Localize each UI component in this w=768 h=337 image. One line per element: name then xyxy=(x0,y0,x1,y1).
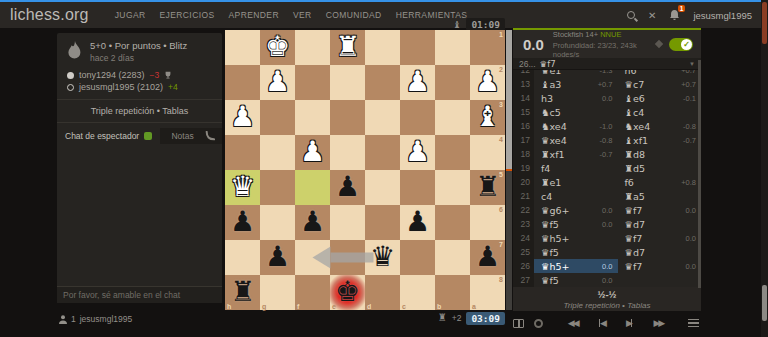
chess-board[interactable]: ♚♜1♟♟2♟♟3♝♟♟4♛♟5♜♟♟♟6♟♛7♟h♜gfe♚dcb8a xyxy=(225,30,505,310)
engine-eval: 0.0 xyxy=(523,36,544,53)
white-move-cell[interactable]: ♞c5 xyxy=(534,105,618,119)
board-square[interactable] xyxy=(260,205,295,240)
white-move-cell[interactable]: c4 xyxy=(534,189,618,203)
scrollbar-thumb-top[interactable] xyxy=(762,2,767,44)
chat-input[interactable]: Por favor, sé amable en el chat xyxy=(57,286,222,303)
black-move-cell[interactable]: ♞xe4-0.8 xyxy=(618,119,702,133)
black-rook[interactable]: ♜ xyxy=(225,275,260,310)
board-square[interactable]: c xyxy=(400,275,435,310)
move-list: 12♛e1-1.3h6+0.713♝a3+0.7♛c7+0.714h30.0♝e… xyxy=(513,70,701,287)
move-eval: -1.0 xyxy=(600,122,613,131)
move-san: ♛c7 xyxy=(625,79,645,90)
result-reason: Triple repetición • Tablas xyxy=(564,301,651,310)
move-eval: 0.0 xyxy=(602,262,612,271)
white-captured-material-icon: ♝ xyxy=(452,20,461,30)
board-square[interactable]: ♛ xyxy=(365,240,400,275)
menu-hamburger-icon[interactable] xyxy=(688,319,699,328)
move-row: 15♞c5♝c4 xyxy=(513,105,701,119)
board-square[interactable] xyxy=(260,100,295,135)
move-eval: -0.8 xyxy=(600,136,613,145)
divider xyxy=(57,99,222,100)
black-move-cell[interactable] xyxy=(618,273,702,287)
white-color-icon xyxy=(67,72,74,79)
black-player-row[interactable]: jesusmgl1995 (2102) +4 xyxy=(67,81,212,93)
board-square[interactable] xyxy=(225,240,260,275)
board-square[interactable] xyxy=(225,30,260,65)
board-square[interactable]: 7♟ xyxy=(470,240,505,275)
board-square[interactable]: 6 xyxy=(470,205,505,240)
board-square[interactable] xyxy=(330,135,365,170)
engine-nnue-label: NNUE xyxy=(600,30,621,39)
black-pawn[interactable]: ♟ xyxy=(470,240,505,275)
engine-pv-line[interactable]: 26... ♛f7 ▼ xyxy=(513,58,701,70)
file-label: f xyxy=(297,303,299,310)
pv-move: ♛f7 xyxy=(540,59,556,69)
engine-depth: Profundidad: 23/23, 243k nodes/s xyxy=(553,41,656,59)
board-square[interactable]: e♚ xyxy=(330,275,365,310)
board-square[interactable]: ♟ xyxy=(400,65,435,100)
move-eval: 0.0 xyxy=(686,234,696,243)
board-square[interactable]: ♟ xyxy=(225,205,260,240)
move-row: 13♝a3+0.7♛c7+0.7 xyxy=(513,77,701,91)
analysis-controls: ◀◀ ◀ ▶ ▶▶ xyxy=(513,313,701,333)
board-square[interactable]: ♟ xyxy=(295,205,330,240)
game-date[interactable]: hace 2 días xyxy=(90,53,187,63)
board-square[interactable] xyxy=(295,65,330,100)
move-san: ♞c5 xyxy=(541,107,561,118)
board-square[interactable] xyxy=(365,65,400,100)
file-label: d xyxy=(367,303,371,310)
engine-toggle[interactable]: ✓ xyxy=(669,38,693,51)
menu-item-jugar[interactable]: JUGAR xyxy=(115,10,146,20)
file-label: a xyxy=(472,303,476,310)
move-san: ♛e1 xyxy=(541,70,561,76)
move-san: ♜a5 xyxy=(625,191,645,202)
person-icon xyxy=(59,315,67,324)
board-square[interactable]: ♛ xyxy=(225,170,260,205)
move-row: 12♛e1-1.3h6+0.7 xyxy=(513,70,701,77)
rank-label: 1 xyxy=(499,31,503,38)
white-move-cell[interactable]: ♛e1-1.3 xyxy=(534,70,618,77)
move-number: 19 xyxy=(513,161,534,175)
white-move-cell[interactable]: ♝a3+0.7 xyxy=(534,77,618,91)
move-row: 26♛h5+0.0♛f70.0 xyxy=(513,259,701,273)
white-move-cell[interactable]: ♛g6+0.0 xyxy=(534,203,618,217)
scrollbar-thumb[interactable] xyxy=(762,285,767,321)
move-eval: 0.0 xyxy=(602,220,612,229)
board-square[interactable]: ♜ xyxy=(330,30,365,65)
white-bishop[interactable]: ♝ xyxy=(470,100,505,135)
move-san: ♛h5+ xyxy=(541,233,570,244)
black-pawn[interactable]: ♟ xyxy=(225,205,260,240)
move-san: ♝xf1 xyxy=(625,135,649,146)
white-move-cell[interactable]: ♛h5+0.0 xyxy=(534,259,618,273)
white-move-cell[interactable]: ♛xe4-0.8 xyxy=(534,133,618,147)
result-note: Triple repetición • Tablas xyxy=(57,106,222,116)
eval-gauge-tick xyxy=(506,169,512,171)
move-san: ♞xe4 xyxy=(625,121,651,132)
move-san: ♝e6 xyxy=(625,93,645,104)
board-square[interactable] xyxy=(400,30,435,65)
move-number: 27 xyxy=(513,273,534,287)
move-row: 22♛g6+0.0♛f70.0 xyxy=(513,203,701,217)
board-square[interactable] xyxy=(225,135,260,170)
board-square[interactable] xyxy=(295,100,330,135)
prev-move-button[interactable]: ◀ xyxy=(599,318,605,328)
black-clock: 03:09 xyxy=(466,312,505,325)
move-san: ♛h5+ xyxy=(541,261,570,272)
black-queen[interactable]: ♛ xyxy=(365,240,400,275)
move-san: ♛g6+ xyxy=(541,205,570,216)
black-captured-material-icon: ♜ xyxy=(438,313,447,323)
black-move-cell[interactable]: ♝c4 xyxy=(618,105,702,119)
white-move-cell[interactable]: ♛f50.0 xyxy=(534,273,618,287)
board-square[interactable]: 3♝ xyxy=(470,100,505,135)
move-san: ♛xe4 xyxy=(541,135,567,146)
black-rating-change: +4 xyxy=(168,82,178,92)
move-san: h6 xyxy=(625,70,637,76)
board-square[interactable] xyxy=(330,65,365,100)
black-pawn[interactable]: ♟ xyxy=(330,170,365,205)
move-row: 25♛f5♛d7 xyxy=(513,245,701,259)
crossed-swords-icon[interactable]: ✕ xyxy=(648,10,656,21)
search-icon[interactable] xyxy=(627,11,635,19)
board-square[interactable]: 4 xyxy=(470,135,505,170)
move-eval: 0.0 xyxy=(602,276,612,285)
opening-book-icon[interactable] xyxy=(513,319,524,328)
move-eval: 0.0 xyxy=(686,262,696,271)
move-row: 14h30.0♝e6-0.1 xyxy=(513,91,701,105)
move-number: 26 xyxy=(513,259,534,273)
move-san: c4 xyxy=(541,191,552,202)
spectators-row: 1 jesusmgl1995 xyxy=(59,314,132,324)
file-label: c xyxy=(402,303,406,310)
move-row: 24♛h5+♛f70.0 xyxy=(513,231,701,245)
move-san: ♜d8 xyxy=(625,149,646,160)
move-eval: 0.0 xyxy=(686,206,696,215)
menu-item-ejercicios[interactable]: EJERCICIOS xyxy=(160,10,215,20)
move-row: 17♛xe4-0.8♝xf1-0.7 xyxy=(513,133,701,147)
black-move-cell[interactable]: ♛f70.0 xyxy=(618,259,702,273)
move-number: 22 xyxy=(513,203,534,217)
tab-spectator-chat[interactable]: Chat de espectador xyxy=(57,128,160,144)
divider xyxy=(57,122,222,123)
move-san: ♜e1 xyxy=(541,177,561,188)
board-square[interactable] xyxy=(330,100,365,135)
move-san: ♛f7 xyxy=(625,261,643,272)
move-eval: +0.8 xyxy=(681,178,696,187)
move-number: 18 xyxy=(513,147,534,161)
move-san: ♜d5 xyxy=(625,163,646,174)
white-move-cell[interactable]: ♛f50.0 xyxy=(534,217,618,231)
board-square[interactable]: g xyxy=(260,275,295,310)
white-pawn[interactable]: ♟ xyxy=(400,135,435,170)
move-row: 23♛f50.0♛d7 xyxy=(513,217,701,231)
move-san: ♛d7 xyxy=(625,247,646,258)
board-square[interactable] xyxy=(435,30,470,65)
chat-toggle[interactable] xyxy=(144,132,152,140)
time-control: 5+0 • Por puntos • Blitz xyxy=(90,40,187,51)
move-san: f4 xyxy=(541,163,550,174)
file-label: g xyxy=(262,303,266,310)
board-square[interactable] xyxy=(260,135,295,170)
lichess-logo[interactable]: lichess.org xyxy=(10,6,89,24)
move-san: ♛d7 xyxy=(625,219,646,230)
white-rating-change: −3 xyxy=(150,70,160,80)
white-move-cell[interactable]: f4 xyxy=(534,161,618,175)
material-advantage: +2 xyxy=(452,313,462,323)
move-san: ♛f5 xyxy=(541,275,559,286)
board-square[interactable] xyxy=(400,100,435,135)
black-move-cell[interactable]: f6+0.8 xyxy=(618,175,702,189)
board-square[interactable] xyxy=(225,65,260,100)
move-row: 18♜xf1-0.7♜d8 xyxy=(513,147,701,161)
white-move-cell[interactable]: ♞xe4-1.0 xyxy=(534,119,618,133)
board-square[interactable] xyxy=(435,135,470,170)
board-square[interactable]: b xyxy=(435,275,470,310)
black-move-cell[interactable]: ♝e6-0.1 xyxy=(618,91,702,105)
board-square[interactable]: ♟ xyxy=(225,100,260,135)
phone-icon[interactable] xyxy=(205,131,215,141)
eval-gauge xyxy=(506,30,512,310)
rank-label: 6 xyxy=(499,206,503,213)
board-square[interactable]: 2♟ xyxy=(470,65,505,100)
notification-bell[interactable]: 1 xyxy=(669,9,680,21)
board-square[interactable]: ♟ xyxy=(260,240,295,275)
board-square[interactable]: d xyxy=(365,275,400,310)
pv-expand-caret[interactable]: ▼ xyxy=(689,61,695,67)
white-queen[interactable]: ♛ xyxy=(225,170,260,205)
board-square[interactable] xyxy=(400,240,435,275)
board-square[interactable] xyxy=(330,240,365,275)
engine-settings-icon[interactable] xyxy=(655,40,663,48)
white-pawn[interactable]: ♟ xyxy=(295,135,330,170)
white-pawn[interactable]: ♟ xyxy=(260,65,295,100)
move-row: 27♛f50.0 xyxy=(513,273,701,287)
board-square[interactable]: ♟ xyxy=(400,205,435,240)
black-move-cell[interactable]: ♛d7 xyxy=(618,245,702,259)
move-san: ♝c4 xyxy=(625,107,645,118)
board-square[interactable] xyxy=(400,170,435,205)
chat-box: Chat de espectador Notas Por favor, sé a… xyxy=(57,128,222,303)
move-san: ♜xf1 xyxy=(541,149,565,160)
notification-badge: 1 xyxy=(678,5,686,12)
black-move-cell[interactable]: ♛f70.0 xyxy=(618,203,702,217)
analysis-goggles-icon[interactable] xyxy=(524,319,543,328)
black-move-cell[interactable]: h6+0.7 xyxy=(618,70,702,77)
white-move-cell[interactable]: ♜xf1-0.7 xyxy=(534,147,618,161)
black-rook[interactable]: ♜ xyxy=(470,170,505,205)
engine-name: Stockfish 14+ NNUE xyxy=(553,30,656,39)
board-square[interactable] xyxy=(260,170,295,205)
move-eval: -1.3 xyxy=(600,70,613,75)
move-number: 24 xyxy=(513,231,534,245)
move-eval: +0.7 xyxy=(681,80,696,89)
engine-toggle-knob: ✓ xyxy=(681,39,692,50)
last-move-button[interactable]: ▶▶ xyxy=(653,318,663,328)
move-san: f6 xyxy=(625,177,634,188)
move-number: 17 xyxy=(513,133,534,147)
username[interactable]: jesusmgl1995 xyxy=(693,10,752,21)
white-pawn[interactable]: ♟ xyxy=(400,65,435,100)
black-pawn[interactable]: ♟ xyxy=(260,240,295,275)
next-move-button[interactable]: ▶ xyxy=(626,318,632,328)
board-square[interactable]: ♟ xyxy=(260,65,295,100)
move-number: 23 xyxy=(513,217,534,231)
trophy-icon xyxy=(164,71,172,79)
move-san: ♛f7 xyxy=(625,205,643,216)
board-square[interactable] xyxy=(295,240,330,275)
move-san: ♛f5 xyxy=(541,247,559,258)
chat-messages xyxy=(57,144,222,286)
white-move-cell[interactable]: ♛f5 xyxy=(534,245,618,259)
board-square[interactable]: 1 xyxy=(470,30,505,65)
black-move-cell[interactable]: ♝xf1-0.7 xyxy=(618,133,702,147)
result-block: ½-½ Triple repetición • Tablas xyxy=(513,287,701,311)
white-rook[interactable]: ♜ xyxy=(330,30,365,65)
spectators-count: 1 xyxy=(71,314,76,324)
white-player-name[interactable]: tony1294 (2283) xyxy=(79,70,145,80)
blitz-flame-icon xyxy=(67,41,82,62)
white-pawn[interactable]: ♟ xyxy=(470,65,505,100)
pv-move-number: 26... xyxy=(519,59,536,69)
move-eval: 0.0 xyxy=(602,206,612,215)
board-square[interactable]: ♚ xyxy=(260,30,295,65)
move-number: 13 xyxy=(513,77,534,91)
board-square[interactable] xyxy=(435,205,470,240)
board-square[interactable] xyxy=(435,100,470,135)
first-move-button[interactable]: ◀◀ xyxy=(568,318,578,328)
board-square[interactable] xyxy=(365,205,400,240)
tab-notes[interactable]: Notas xyxy=(160,131,205,141)
board-square[interactable]: ♟ xyxy=(400,135,435,170)
move-number: 25 xyxy=(513,245,534,259)
white-pawn[interactable]: ♟ xyxy=(225,100,260,135)
board-square[interactable] xyxy=(365,170,400,205)
analysis-panel: 0.0 Stockfish 14+ NNUE Profundidad: 23/2… xyxy=(513,28,701,310)
black-move-cell[interactable]: ♛c7+0.7 xyxy=(618,77,702,91)
black-king[interactable]: ♚ xyxy=(330,275,365,310)
rank-label: 8 xyxy=(499,276,503,283)
move-number: 21 xyxy=(513,189,534,203)
white-move-cell[interactable]: h30.0 xyxy=(534,91,618,105)
black-pawn[interactable]: ♟ xyxy=(295,205,330,240)
white-player-row[interactable]: tony1294 (2283) −3 xyxy=(67,69,212,81)
board-square[interactable] xyxy=(330,205,365,240)
board-square[interactable]: h♜ xyxy=(225,275,260,310)
move-eval: -0.7 xyxy=(600,150,613,159)
move-list-scrollbar[interactable] xyxy=(698,60,701,288)
move-eval: +0.7 xyxy=(598,80,613,89)
rank-label: 4 xyxy=(499,136,503,143)
black-color-icon xyxy=(67,84,74,91)
white-move-cell[interactable]: ♜e1 xyxy=(534,175,618,189)
page-scrollbar[interactable] xyxy=(761,0,768,337)
move-san: ♞xe4 xyxy=(541,121,567,132)
move-san: ♛f5 xyxy=(541,219,559,230)
board-square[interactable]: ♟ xyxy=(295,135,330,170)
move-eval: -0.8 xyxy=(683,122,696,131)
black-move-cell[interactable]: ♜a5 xyxy=(618,189,702,203)
board-square[interactable]: 5♜ xyxy=(470,170,505,205)
move-san: h3 xyxy=(541,93,553,104)
board-square[interactable] xyxy=(295,30,330,65)
board-square[interactable] xyxy=(435,65,470,100)
board-square[interactable] xyxy=(295,170,330,205)
black-move-cell[interactable]: ♜d5 xyxy=(618,161,702,175)
black-pawn[interactable]: ♟ xyxy=(400,205,435,240)
move-number: 20 xyxy=(513,175,534,189)
board-square[interactable] xyxy=(365,135,400,170)
move-eval: 0.0 xyxy=(602,94,612,103)
move-san: ♛f7 xyxy=(625,233,643,244)
white-king[interactable]: ♚ xyxy=(260,30,295,65)
move-eval: -0.1 xyxy=(683,94,696,103)
move-row: 19f4♜d5 xyxy=(513,161,701,175)
move-number: 12 xyxy=(513,70,534,77)
chat-tab-label: Chat de espectador xyxy=(65,131,139,141)
move-san: ♝a3 xyxy=(541,79,561,90)
move-number: 16 xyxy=(513,119,534,133)
move-row: 21c4♜a5 xyxy=(513,189,701,203)
black-move-cell[interactable]: ♜d8 xyxy=(618,147,702,161)
board-square[interactable]: ♟ xyxy=(330,170,365,205)
move-row: 20♜e1f6+0.8 xyxy=(513,175,701,189)
white-move-cell[interactable]: ♛h5+ xyxy=(534,231,618,245)
move-eval: -0.7 xyxy=(683,136,696,145)
black-move-cell[interactable]: ♛f70.0 xyxy=(618,231,702,245)
board-square[interactable] xyxy=(365,100,400,135)
black-move-cell[interactable]: ♛d7 xyxy=(618,217,702,231)
move-row: 16♞xe4-1.0♞xe4-0.8 xyxy=(513,119,701,133)
board-square[interactable]: 8a xyxy=(470,275,505,310)
file-label: b xyxy=(437,303,441,310)
spectator-name[interactable]: jesusmgl1995 xyxy=(80,314,132,324)
board-square[interactable]: f xyxy=(295,275,330,310)
board-square[interactable] xyxy=(435,170,470,205)
result-score: ½-½ xyxy=(597,289,616,300)
move-number: 15 xyxy=(513,105,534,119)
board-square[interactable] xyxy=(365,30,400,65)
move-eval: +0.7 xyxy=(681,70,696,75)
move-number: 14 xyxy=(513,91,534,105)
board-square[interactable] xyxy=(435,240,470,275)
black-player-name[interactable]: jesusmgl1995 (2102) xyxy=(79,82,163,92)
